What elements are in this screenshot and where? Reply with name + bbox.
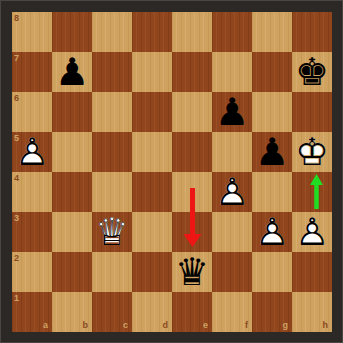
square-e4[interactable] [172, 172, 212, 212]
square-g4[interactable] [252, 172, 292, 212]
square-a3[interactable]: 3 [12, 212, 52, 252]
square-e3[interactable] [172, 212, 212, 252]
square-g6[interactable] [252, 92, 292, 132]
square-b5[interactable] [52, 132, 92, 172]
square-c6[interactable] [92, 92, 132, 132]
black-queen: ♛ [172, 252, 212, 292]
square-a5[interactable]: 5♟♙ [12, 132, 52, 172]
square-c5[interactable] [92, 132, 132, 172]
file-label-b: b [83, 321, 89, 330]
square-g3[interactable]: ♟♙ [252, 212, 292, 252]
square-f4[interactable]: ♟♙ [212, 172, 252, 212]
square-a8[interactable]: 8 [12, 12, 52, 52]
square-c1[interactable]: c [92, 292, 132, 332]
board-frame: 87♟♚6♟5♟♙♟♚♔4♟♙3♛♕♟♙♟♙2♛1abcdefgh [0, 0, 343, 343]
white-pawn: ♟♙ [292, 212, 332, 252]
square-c2[interactable] [92, 252, 132, 292]
square-h7[interactable]: ♚ [292, 52, 332, 92]
white-pawn: ♟♙ [212, 172, 252, 212]
square-d3[interactable] [132, 212, 172, 252]
file-label-f: f [245, 321, 248, 330]
square-h2[interactable] [292, 252, 332, 292]
square-d2[interactable] [132, 252, 172, 292]
file-label-e: e [203, 321, 208, 330]
square-d5[interactable] [132, 132, 172, 172]
square-f8[interactable] [212, 12, 252, 52]
file-label-g: g [283, 321, 289, 330]
square-f1[interactable]: f [212, 292, 252, 332]
white-pawn: ♟♙ [252, 212, 292, 252]
square-e5[interactable] [172, 132, 212, 172]
square-b4[interactable] [52, 172, 92, 212]
square-c4[interactable] [92, 172, 132, 212]
square-b8[interactable] [52, 12, 92, 52]
square-d1[interactable]: d [132, 292, 172, 332]
square-h3[interactable]: ♟♙ [292, 212, 332, 252]
square-d6[interactable] [132, 92, 172, 132]
rank-label-4: 4 [14, 174, 19, 183]
rank-label-5: 5 [14, 134, 19, 143]
square-e2[interactable]: ♛ [172, 252, 212, 292]
rank-label-2: 2 [14, 254, 19, 263]
square-a1[interactable]: 1a [12, 292, 52, 332]
square-e8[interactable] [172, 12, 212, 52]
rank-label-8: 8 [14, 14, 19, 23]
square-g7[interactable] [252, 52, 292, 92]
square-e6[interactable] [172, 92, 212, 132]
square-g1[interactable]: g [252, 292, 292, 332]
square-a7[interactable]: 7 [12, 52, 52, 92]
square-h6[interactable] [292, 92, 332, 132]
black-king: ♚ [292, 52, 332, 92]
square-g5[interactable]: ♟ [252, 132, 292, 172]
file-label-a: a [43, 321, 48, 330]
square-b1[interactable]: b [52, 292, 92, 332]
square-f7[interactable] [212, 52, 252, 92]
black-pawn: ♟ [252, 132, 292, 172]
square-a6[interactable]: 6 [12, 92, 52, 132]
square-g2[interactable] [252, 252, 292, 292]
square-a4[interactable]: 4 [12, 172, 52, 212]
square-f3[interactable] [212, 212, 252, 252]
file-label-h: h [323, 321, 329, 330]
square-d8[interactable] [132, 12, 172, 52]
square-f5[interactable] [212, 132, 252, 172]
square-f2[interactable] [212, 252, 252, 292]
square-c7[interactable] [92, 52, 132, 92]
white-queen: ♛♕ [92, 212, 132, 252]
rank-label-3: 3 [14, 214, 19, 223]
square-f6[interactable]: ♟ [212, 92, 252, 132]
square-b6[interactable] [52, 92, 92, 132]
square-b3[interactable] [52, 212, 92, 252]
rank-label-7: 7 [14, 54, 19, 63]
square-d4[interactable] [132, 172, 172, 212]
square-b2[interactable] [52, 252, 92, 292]
square-a2[interactable]: 2 [12, 252, 52, 292]
square-c3[interactable]: ♛♕ [92, 212, 132, 252]
square-h5[interactable]: ♚♔ [292, 132, 332, 172]
square-h1[interactable]: h [292, 292, 332, 332]
square-g8[interactable] [252, 12, 292, 52]
black-pawn: ♟ [52, 52, 92, 92]
square-e1[interactable]: e [172, 292, 212, 332]
square-e7[interactable] [172, 52, 212, 92]
square-h4[interactable] [292, 172, 332, 212]
rank-label-6: 6 [14, 94, 19, 103]
square-b7[interactable]: ♟ [52, 52, 92, 92]
file-label-d: d [163, 321, 169, 330]
square-d7[interactable] [132, 52, 172, 92]
chess-board: 87♟♚6♟5♟♙♟♚♔4♟♙3♛♕♟♙♟♙2♛1abcdefgh [12, 12, 332, 332]
file-label-c: c [123, 321, 128, 330]
square-c8[interactable] [92, 12, 132, 52]
rank-label-1: 1 [14, 294, 19, 303]
white-king: ♚♔ [292, 132, 332, 172]
black-pawn: ♟ [212, 92, 252, 132]
square-h8[interactable] [292, 12, 332, 52]
